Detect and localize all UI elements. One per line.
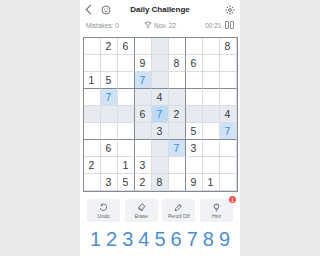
cell-r4c9[interactable] <box>220 89 237 106</box>
undo-label: Undo <box>98 213 110 219</box>
cell-r7c1[interactable] <box>84 140 101 157</box>
cell-r3c1[interactable]: 1 <box>84 72 101 89</box>
cell-r3c7[interactable] <box>186 72 203 89</box>
cell-r2c1[interactable] <box>84 55 101 72</box>
cell-r8c8[interactable] <box>203 157 220 174</box>
cell-r3c4[interactable]: 7 <box>135 72 152 89</box>
numpad-8[interactable]: 8 <box>201 228 216 251</box>
cell-r7c9[interactable] <box>220 140 237 157</box>
cell-r6c9[interactable]: 7 <box>220 123 237 140</box>
pause-button[interactable] <box>225 21 235 29</box>
cell-r2c7[interactable]: 6 <box>186 55 203 72</box>
cell-r8c4[interactable]: 3 <box>135 157 152 174</box>
cell-r6c3[interactable] <box>118 123 135 140</box>
cell-r9c9[interactable] <box>220 174 237 191</box>
cell-r5c6[interactable]: 2 <box>169 106 186 123</box>
cell-r4c7[interactable] <box>186 89 203 106</box>
cell-r5c4[interactable]: 6 <box>135 106 152 123</box>
cell-r7c2[interactable]: 6 <box>101 140 118 157</box>
cell-r3c8[interactable] <box>203 72 220 89</box>
cell-r1c4[interactable] <box>135 38 152 55</box>
undo-button[interactable]: Undo <box>87 199 120 222</box>
hint-label: Hint <box>212 213 221 219</box>
gear-icon <box>225 5 235 15</box>
trophy-icon <box>144 21 152 29</box>
cell-r1c1[interactable] <box>84 38 101 55</box>
smiley-icon <box>101 5 111 15</box>
cell-r3c2[interactable]: 5 <box>101 72 118 89</box>
cell-r6c7[interactable]: 5 <box>186 123 203 140</box>
pencil-button[interactable]: Pencil Off <box>162 199 195 222</box>
date-label: Nov. 22 <box>154 22 176 29</box>
cell-r5c2[interactable] <box>101 106 118 123</box>
cell-r2c4[interactable]: 9 <box>135 55 152 72</box>
cell-r3c9[interactable] <box>220 72 237 89</box>
cell-r6c8[interactable] <box>203 123 220 140</box>
numpad-6[interactable]: 6 <box>169 228 184 251</box>
cell-r9c4[interactable]: 2 <box>135 174 152 191</box>
cell-r8c9[interactable] <box>220 157 237 174</box>
cell-r3c6[interactable] <box>169 72 186 89</box>
pencil-icon <box>174 203 183 212</box>
numpad: 123456789 <box>80 228 240 251</box>
undo-icon <box>99 203 108 212</box>
cell-r9c7[interactable]: 9 <box>186 174 203 191</box>
cell-r4c8[interactable] <box>203 89 220 106</box>
cell-r8c3[interactable]: 1 <box>118 157 135 174</box>
cell-r5c3[interactable] <box>118 106 135 123</box>
cell-r5c1[interactable] <box>84 106 101 123</box>
numpad-7[interactable]: 7 <box>185 228 200 251</box>
sudoku-board: 268986157746724357673213352891 <box>83 37 238 192</box>
cell-r5c8[interactable] <box>203 106 220 123</box>
cell-r7c5[interactable] <box>152 140 169 157</box>
svg-text:?: ? <box>216 204 218 208</box>
cell-r4c5[interactable]: 4 <box>152 89 169 106</box>
numpad-5[interactable]: 5 <box>153 228 168 251</box>
cell-r7c4[interactable] <box>135 140 152 157</box>
cell-r2c2[interactable] <box>101 55 118 72</box>
settings-button[interactable] <box>225 5 235 15</box>
cell-r4c2[interactable]: 7 <box>101 89 118 106</box>
erase-button[interactable]: Erase <box>125 199 158 222</box>
numpad-9[interactable]: 9 <box>217 228 232 251</box>
cell-r8c1[interactable]: 2 <box>84 157 101 174</box>
cell-r2c9[interactable] <box>220 55 237 72</box>
sudoku-app: Daily Challenge Mistakes: 0 No <box>80 0 240 256</box>
cell-r8c7[interactable] <box>186 157 203 174</box>
cell-r9c8[interactable]: 1 <box>203 174 220 191</box>
cell-r9c2[interactable]: 3 <box>101 174 118 191</box>
toolbar: Undo Erase Pencil Off 1 ? Hint <box>80 199 240 222</box>
cell-r4c3[interactable] <box>118 89 135 106</box>
erase-label: Erase <box>135 213 148 219</box>
cell-r8c5[interactable] <box>152 157 169 174</box>
status-row: Mistakes: 0 Nov. 22 00:21 <box>80 17 240 33</box>
cell-r6c6[interactable] <box>169 123 186 140</box>
pause-icon <box>225 21 229 29</box>
cell-r3c3[interactable] <box>118 72 135 89</box>
back-button[interactable] <box>85 6 94 13</box>
numpad-3[interactable]: 3 <box>120 228 135 251</box>
cell-r5c7[interactable] <box>186 106 203 123</box>
cell-r2c8[interactable] <box>203 55 220 72</box>
cell-r5c9[interactable]: 4 <box>220 106 237 123</box>
theme-button[interactable] <box>101 5 111 15</box>
cell-r9c3[interactable]: 5 <box>118 174 135 191</box>
numpad-4[interactable]: 4 <box>136 228 151 251</box>
cell-r6c4[interactable] <box>135 123 152 140</box>
mistakes-label: Mistakes: 0 <box>86 22 119 29</box>
cell-r7c7[interactable]: 3 <box>186 140 203 157</box>
cell-r2c6[interactable]: 8 <box>169 55 186 72</box>
cell-r1c9[interactable]: 8 <box>220 38 237 55</box>
numpad-2[interactable]: 2 <box>104 228 119 251</box>
cell-r8c2[interactable] <box>101 157 118 174</box>
cell-r6c2[interactable] <box>101 123 118 140</box>
cell-r8c6[interactable] <box>169 157 186 174</box>
cell-r6c5[interactable]: 3 <box>152 123 169 140</box>
cell-r5c5[interactable]: 7 <box>152 106 169 123</box>
lightbulb-icon: ? <box>212 203 221 212</box>
cell-r6c1[interactable] <box>84 123 101 140</box>
cell-r1c5[interactable] <box>152 38 169 55</box>
cell-r9c6[interactable] <box>169 174 186 191</box>
cell-r1c2[interactable]: 2 <box>101 38 118 55</box>
cell-r1c6[interactable] <box>169 38 186 55</box>
cell-r9c1[interactable] <box>84 174 101 191</box>
cell-r1c3[interactable]: 6 <box>118 38 135 55</box>
hint-button[interactable]: 1 ? Hint <box>200 199 233 222</box>
cell-r7c6[interactable]: 7 <box>169 140 186 157</box>
navbar: Daily Challenge <box>80 0 240 17</box>
cell-r7c8[interactable] <box>203 140 220 157</box>
cell-r1c8[interactable] <box>203 38 220 55</box>
cell-r4c4[interactable] <box>135 89 152 106</box>
cell-r4c1[interactable] <box>84 89 101 106</box>
eraser-icon <box>137 203 146 212</box>
cell-r1c7[interactable] <box>186 38 203 55</box>
cell-r2c3[interactable] <box>118 55 135 72</box>
cell-r9c5[interactable]: 8 <box>152 174 169 191</box>
cell-r3c5[interactable] <box>152 72 169 89</box>
chevron-left-icon <box>86 5 96 15</box>
numpad-1[interactable]: 1 <box>88 228 103 251</box>
cell-r2c5[interactable] <box>152 55 169 72</box>
timer-label: 00:21 <box>205 22 221 29</box>
hint-badge: 1 <box>229 196 236 203</box>
pencil-label: Pencil Off <box>168 213 190 219</box>
cell-r7c3[interactable] <box>118 140 135 157</box>
cell-r4c6[interactable] <box>169 89 186 106</box>
